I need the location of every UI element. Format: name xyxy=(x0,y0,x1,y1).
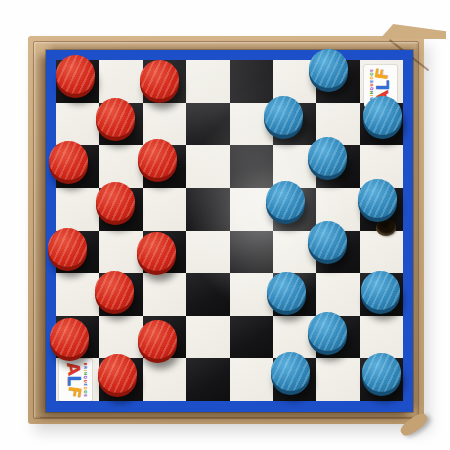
checker-blue[interactable] xyxy=(271,356,310,395)
board-square[interactable] xyxy=(316,273,359,316)
board-square[interactable] xyxy=(186,60,229,103)
board-square[interactable] xyxy=(230,60,273,103)
board-square[interactable] xyxy=(56,188,99,231)
checker-red[interactable] xyxy=(140,64,179,103)
board-square[interactable] xyxy=(360,231,403,274)
board-square[interactable] xyxy=(56,273,99,316)
checker-red[interactable] xyxy=(50,322,89,361)
alf-letter: F xyxy=(65,385,83,399)
alf-logo-bottom-left: BRINQUEDOS ALF xyxy=(59,359,92,401)
board-square[interactable] xyxy=(230,358,273,401)
photo-stage: BRINQUEDOS ALF BRINQUEDOS ALF xyxy=(0,0,450,450)
checker-red[interactable] xyxy=(96,186,135,225)
board-square[interactable] xyxy=(143,273,186,316)
board-square[interactable] xyxy=(99,145,142,188)
board-square[interactable] xyxy=(186,273,229,316)
checker-red[interactable] xyxy=(49,145,88,184)
board-square[interactable] xyxy=(186,188,229,231)
board-square[interactable] xyxy=(186,231,229,274)
checker-blue[interactable] xyxy=(266,185,305,224)
cardboard-box: BRINQUEDOS ALF BRINQUEDOS ALF xyxy=(28,36,424,424)
board-square[interactable] xyxy=(143,188,186,231)
checker-blue[interactable] xyxy=(363,100,402,139)
board-square[interactable] xyxy=(316,358,359,401)
alf-letter: A xyxy=(64,361,83,376)
box-bottom-crease xyxy=(40,417,412,418)
board-square[interactable] xyxy=(230,316,273,359)
board-square[interactable] xyxy=(186,145,229,188)
board-square[interactable] xyxy=(56,103,99,146)
checker-blue[interactable] xyxy=(267,276,306,315)
checker-red[interactable] xyxy=(95,275,134,314)
checker-blue[interactable] xyxy=(358,183,397,222)
checker-red[interactable] xyxy=(56,59,95,98)
board-square[interactable] xyxy=(143,358,186,401)
board-square[interactable] xyxy=(186,316,229,359)
board-square[interactable] xyxy=(230,145,273,188)
board-square[interactable] xyxy=(186,103,229,146)
board-square[interactable] xyxy=(186,358,229,401)
board-square[interactable] xyxy=(143,103,186,146)
checker-blue[interactable] xyxy=(309,53,348,92)
checker-red[interactable] xyxy=(138,143,177,182)
board-square[interactable] xyxy=(360,316,403,359)
alf-logo-content: BRINQUEDOS ALF xyxy=(65,362,87,398)
alf-letter: F xyxy=(373,67,391,81)
checker-blue[interactable] xyxy=(361,275,400,314)
checker-red[interactable] xyxy=(96,102,135,141)
board-square[interactable] xyxy=(230,231,273,274)
box-flap-corner xyxy=(380,24,446,39)
board-square[interactable] xyxy=(99,60,142,103)
checker-blue[interactable] xyxy=(362,357,401,396)
checker-red[interactable] xyxy=(137,236,176,275)
checker-blue[interactable] xyxy=(308,316,347,355)
board-square[interactable] xyxy=(99,316,142,359)
checker-red[interactable] xyxy=(98,358,137,397)
checkers-board: BRINQUEDOS ALF BRINQUEDOS ALF xyxy=(46,50,413,412)
checker-red[interactable] xyxy=(138,324,177,363)
alf-logo-letters: ALF xyxy=(65,362,82,398)
